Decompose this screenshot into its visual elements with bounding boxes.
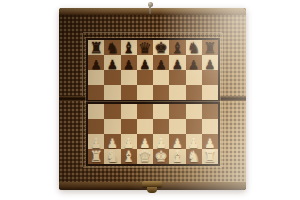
white-knight: ♞: [106, 150, 119, 165]
black-rook: ♜: [203, 41, 216, 56]
square-c3: [121, 119, 137, 134]
square-h6: [202, 70, 218, 85]
square-g1: ♞: [186, 149, 202, 164]
white-queen: ♛: [138, 150, 151, 165]
square-e8: ♚: [153, 40, 169, 55]
square-f7: ♟: [169, 55, 185, 70]
square-c2: ♟: [121, 134, 137, 149]
square-b2: ♟: [104, 134, 120, 149]
square-f3: [169, 119, 185, 134]
square-a4: [88, 104, 104, 119]
square-g5: [186, 85, 202, 100]
black-bishop: ♝: [122, 41, 135, 56]
square-c4: [121, 104, 137, 119]
square-f6: [169, 70, 185, 85]
square-d3: [137, 119, 153, 134]
square-a3: [88, 119, 104, 134]
square-g2: ♟: [186, 134, 202, 149]
square-h3: [202, 119, 218, 134]
square-h5: [202, 85, 218, 100]
square-h7: ♟: [202, 55, 218, 70]
hinge-pin-stem: [149, 7, 151, 14]
black-king: ♚: [154, 41, 167, 56]
square-f5: [169, 85, 185, 100]
square-b5: [104, 85, 120, 100]
square-d8: ♛: [137, 40, 153, 55]
square-e7: ♟: [153, 55, 169, 70]
square-h2: ♟: [202, 134, 218, 149]
square-d1: ♛: [137, 149, 153, 164]
black-rook: ♜: [89, 41, 102, 56]
latch-clasp-hook: [147, 187, 157, 193]
square-f4: [169, 104, 185, 119]
square-f2: ♟: [169, 134, 185, 149]
square-e5: [153, 85, 169, 100]
square-h8: ♜: [202, 40, 218, 55]
square-a1: ♜: [88, 149, 104, 164]
black-knight: ♞: [187, 41, 200, 56]
square-a7: ♟: [88, 55, 104, 70]
square-e1: ♚: [153, 149, 169, 164]
white-rook: ♜: [89, 150, 102, 165]
square-c6: [121, 70, 137, 85]
square-b8: ♞: [104, 40, 120, 55]
black-queen: ♛: [138, 41, 151, 56]
white-bishop: ♝: [171, 150, 184, 165]
board-top-half: ♜♞♝♛♚♝♞♜♟♟♟♟♟♟♟♟: [88, 40, 218, 100]
square-b6: [104, 70, 120, 85]
white-king: ♚: [154, 150, 167, 165]
square-d5: [137, 85, 153, 100]
hinge-pin: [147, 2, 153, 15]
square-c1: ♝: [121, 149, 137, 164]
square-c5: [121, 85, 137, 100]
square-g6: [186, 70, 202, 85]
square-e4: [153, 104, 169, 119]
square-g8: ♞: [186, 40, 202, 55]
square-a6: [88, 70, 104, 85]
square-b4: [104, 104, 120, 119]
square-e6: [153, 70, 169, 85]
product-photo: ♜♞♝♛♚♝♞♜♟♟♟♟♟♟♟♟ ♟♟♟♟♟♟♟♟♜♞♝♛♚♝♞♜: [0, 0, 300, 200]
white-knight: ♞: [187, 150, 200, 165]
square-h1: ♜: [202, 149, 218, 164]
square-g3: [186, 119, 202, 134]
chess-box: ♜♞♝♛♚♝♞♜♟♟♟♟♟♟♟♟ ♟♟♟♟♟♟♟♟♜♞♝♛♚♝♞♜: [59, 8, 246, 190]
white-bishop: ♝: [122, 150, 135, 165]
square-a2: ♟: [88, 134, 104, 149]
square-a5: [88, 85, 104, 100]
square-d7: ♟: [137, 55, 153, 70]
square-e3: [153, 119, 169, 134]
square-h4: [202, 104, 218, 119]
square-c8: ♝: [121, 40, 137, 55]
square-d2: ♟: [137, 134, 153, 149]
square-f8: ♝: [169, 40, 185, 55]
square-c7: ♟: [121, 55, 137, 70]
latch-clasp: [142, 181, 162, 194]
square-b7: ♟: [104, 55, 120, 70]
square-d4: [137, 104, 153, 119]
square-a8: ♜: [88, 40, 104, 55]
chessboard: ♜♞♝♛♚♝♞♜♟♟♟♟♟♟♟♟ ♟♟♟♟♟♟♟♟♜♞♝♛♚♝♞♜: [88, 40, 218, 164]
square-g4: [186, 104, 202, 119]
black-knight: ♞: [106, 41, 119, 56]
square-d6: [137, 70, 153, 85]
square-b3: [104, 119, 120, 134]
white-rook: ♜: [203, 150, 216, 165]
square-b1: ♞: [104, 149, 120, 164]
square-f1: ♝: [169, 149, 185, 164]
square-e2: ♟: [153, 134, 169, 149]
square-g7: ♟: [186, 55, 202, 70]
black-bishop: ♝: [171, 41, 184, 56]
board-bottom-half: ♟♟♟♟♟♟♟♟♜♞♝♛♚♝♞♜: [88, 104, 218, 164]
